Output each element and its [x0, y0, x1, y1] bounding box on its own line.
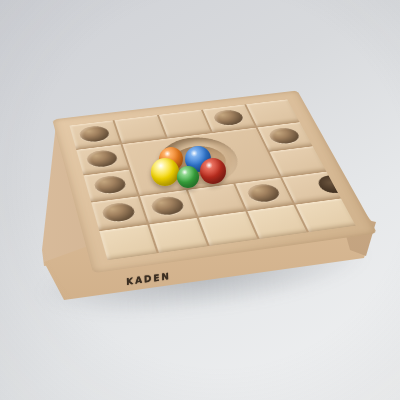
ball-green: [177, 166, 199, 188]
balls-layer: [0, 0, 400, 400]
photo-stage: KADEN: [0, 0, 400, 400]
ball-red: [200, 158, 226, 184]
ball-yellow: [151, 158, 179, 186]
